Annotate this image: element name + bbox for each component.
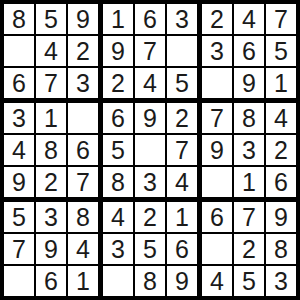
cell-r1c9: 7	[266, 4, 296, 34]
cell-r4c1: 3	[4, 103, 34, 133]
cell-r9c2: 6	[36, 266, 66, 296]
cell-r6c6: 4	[167, 167, 197, 197]
cell-r2c4: 9	[103, 36, 133, 66]
cell-r9c4[interactable]	[103, 266, 133, 296]
cell-r8c2: 9	[36, 234, 66, 264]
cell-r3c7[interactable]	[202, 68, 232, 98]
cell-r9c5: 8	[135, 266, 165, 296]
cell-r3c1: 6	[4, 68, 34, 98]
cell-r8c6: 6	[167, 234, 197, 264]
cell-r4c4: 6	[103, 103, 133, 133]
cell-r9c9: 3	[266, 266, 296, 296]
cell-r1c2: 5	[36, 4, 66, 34]
cell-r8c3: 4	[68, 234, 98, 264]
cell-r2c6[interactable]	[167, 36, 197, 66]
cell-r3c5: 4	[135, 68, 165, 98]
cell-r2c9: 5	[266, 36, 296, 66]
cell-r5c7: 9	[202, 135, 232, 165]
cell-r5c1: 4	[4, 135, 34, 165]
cell-r7c1: 5	[4, 202, 34, 232]
cell-r4c9: 4	[266, 103, 296, 133]
cell-r4c5: 9	[135, 103, 165, 133]
cell-r6c5: 3	[135, 167, 165, 197]
cell-r2c1[interactable]	[4, 36, 34, 66]
cell-r7c9: 9	[266, 202, 296, 232]
cell-r1c5: 6	[135, 4, 165, 34]
cell-r7c3: 8	[68, 202, 98, 232]
cell-r9c3: 1	[68, 266, 98, 296]
cell-r4c3[interactable]	[68, 103, 98, 133]
cell-r9c6: 9	[167, 266, 197, 296]
cell-r8c4: 3	[103, 234, 133, 264]
cell-r1c8: 4	[234, 4, 264, 34]
cell-r6c2: 2	[36, 167, 66, 197]
cell-r6c4: 8	[103, 167, 133, 197]
cell-r3c4: 2	[103, 68, 133, 98]
cell-r4c7: 7	[202, 103, 232, 133]
cell-r8c8: 2	[234, 234, 264, 264]
cell-r5c3: 6	[68, 135, 98, 165]
cell-r2c8: 6	[234, 36, 264, 66]
cell-r1c6: 3	[167, 4, 197, 34]
cell-r8c9: 8	[266, 234, 296, 264]
cell-r2c5: 7	[135, 36, 165, 66]
cell-r7c4: 4	[103, 202, 133, 232]
cell-r4c6: 2	[167, 103, 197, 133]
cell-r9c8: 5	[234, 266, 264, 296]
cell-r3c2: 7	[36, 68, 66, 98]
cell-r5c6: 7	[167, 135, 197, 165]
cell-r4c2: 1	[36, 103, 66, 133]
cell-r7c7: 6	[202, 202, 232, 232]
cell-r3c6: 5	[167, 68, 197, 98]
cell-r6c7[interactable]	[202, 167, 232, 197]
cell-r6c9: 6	[266, 167, 296, 197]
cell-r2c7: 3	[202, 36, 232, 66]
cell-r5c4: 5	[103, 135, 133, 165]
cell-r8c7[interactable]	[202, 234, 232, 264]
cell-r6c1: 9	[4, 167, 34, 197]
cell-r1c4: 1	[103, 4, 133, 34]
cell-r3c9: 1	[266, 68, 296, 98]
cell-r9c7: 4	[202, 266, 232, 296]
cell-r7c8: 7	[234, 202, 264, 232]
cell-r9c1[interactable]	[4, 266, 34, 296]
cell-r5c2: 8	[36, 135, 66, 165]
cell-r3c3: 3	[68, 68, 98, 98]
cell-r6c3: 7	[68, 167, 98, 197]
cell-r2c3: 2	[68, 36, 98, 66]
cell-r5c9: 2	[266, 135, 296, 165]
cell-r6c8: 1	[234, 167, 264, 197]
sudoku-board: 8591632474297365673245913169278448657932…	[0, 0, 300, 300]
cell-r1c1: 8	[4, 4, 34, 34]
cell-r8c5: 5	[135, 234, 165, 264]
cell-r5c8: 3	[234, 135, 264, 165]
cell-r7c2: 3	[36, 202, 66, 232]
cell-r5c5[interactable]	[135, 135, 165, 165]
cell-r8c1: 7	[4, 234, 34, 264]
cell-r7c6: 1	[167, 202, 197, 232]
cell-r7c5: 2	[135, 202, 165, 232]
cell-r3c8: 9	[234, 68, 264, 98]
cell-r1c7: 2	[202, 4, 232, 34]
cell-r1c3: 9	[68, 4, 98, 34]
cell-r2c2: 4	[36, 36, 66, 66]
cell-r4c8: 8	[234, 103, 264, 133]
